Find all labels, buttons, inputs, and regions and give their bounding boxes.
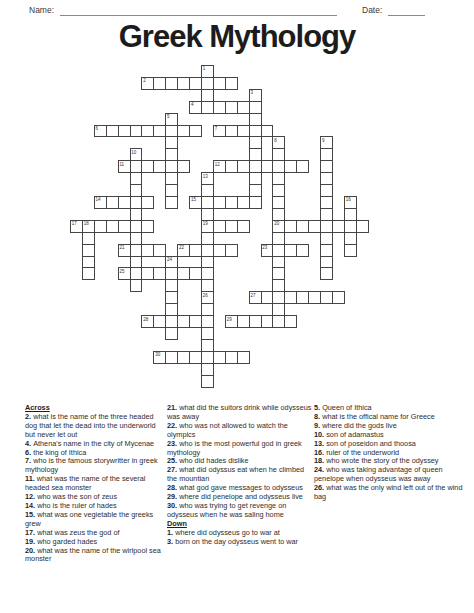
cell-number-6: 6 — [96, 126, 99, 131]
cell-number-4: 4 — [191, 102, 194, 107]
clue-across-30: 30. who was trying to get revenge on ody… — [167, 502, 313, 520]
grid-cell-r22c8[interactable] — [165, 327, 178, 340]
cell-number-11: 11 — [119, 162, 124, 167]
grid-cell-r8c19[interactable] — [296, 160, 309, 173]
cell-number-7: 7 — [215, 126, 218, 131]
cell-number-1: 1 — [203, 66, 206, 71]
clue-column-1: Across2. what is the name of the three h… — [25, 404, 167, 564]
grid-cell-r11c15[interactable] — [249, 196, 262, 209]
grid-cell-r15c19[interactable] — [296, 244, 309, 257]
clue-column-3: 5. Queen of Ithica8. what is the offical… — [314, 404, 472, 502]
grid-cell-r26c11[interactable] — [201, 375, 214, 388]
name-blank-line[interactable] — [60, 15, 337, 16]
cell-number-21: 21 — [119, 245, 124, 250]
cell-number-27: 27 — [250, 293, 255, 298]
cell-number-9: 9 — [322, 138, 325, 143]
grid-cell-r13c6[interactable] — [141, 220, 154, 233]
page-title: Greek Mythology — [0, 19, 474, 55]
cell-number-14: 14 — [96, 197, 101, 202]
cell-number-19: 19 — [203, 221, 208, 226]
name-label: Name: — [29, 5, 54, 15]
clue-down-3: 3. born on the day odysseus went to war — [167, 538, 313, 547]
cell-number-24: 24 — [167, 257, 172, 262]
cell-number-25: 25 — [119, 269, 124, 274]
cell-number-26: 26 — [203, 293, 208, 298]
grid-cell-r17c21[interactable] — [320, 267, 333, 280]
grid-cell-r17c1[interactable] — [82, 267, 95, 280]
grid-cell-r21c18[interactable] — [284, 315, 297, 328]
cell-number-8: 8 — [274, 138, 277, 143]
cell-number-17: 17 — [72, 221, 77, 226]
grid-cell-r19c22[interactable] — [332, 291, 345, 304]
grid-cell-r13c14[interactable] — [237, 220, 250, 233]
date-label: Date: — [362, 5, 382, 15]
cell-number-13: 13 — [203, 174, 208, 179]
clue-across-15: 15. what was one vegietable the greeks g… — [25, 511, 167, 529]
clue-across-23: 23. who is the most powerful god in gree… — [167, 440, 313, 458]
cell-number-16: 16 — [346, 197, 351, 202]
clue-column-2: 21. what did the suitors drink while ody… — [167, 404, 313, 547]
cell-number-28: 28 — [143, 317, 148, 322]
cell-number-2: 2 — [143, 78, 146, 83]
clue-across-22: 22. who was not allowed to watch the oly… — [167, 422, 313, 440]
grid-cell-r1c13[interactable] — [225, 77, 238, 90]
clue-across-2: 2. what is the name of the three headed … — [25, 413, 167, 440]
cell-number-12: 12 — [215, 162, 220, 167]
grid-cell-r15c13[interactable] — [225, 244, 238, 257]
cell-number-29: 29 — [227, 317, 232, 322]
cell-number-22: 22 — [179, 245, 184, 250]
clue-down-26: 26. what was the only wind left out of t… — [314, 484, 472, 502]
cell-number-20: 20 — [274, 221, 279, 226]
grid-cell-r5c10[interactable] — [189, 125, 202, 138]
cell-number-18: 18 — [84, 221, 89, 226]
clue-across-7: 7. who is the famous storywritter in gre… — [25, 457, 167, 475]
crossword-grid: 1234567891011121314151617181920212223242… — [70, 65, 370, 388]
cell-number-15: 15 — [191, 197, 196, 202]
cell-number-23: 23 — [262, 245, 267, 250]
cell-number-5: 5 — [167, 114, 170, 119]
grid-cell-r15c23[interactable] — [344, 244, 357, 257]
grid-cell-r8c9[interactable] — [177, 160, 190, 173]
clue-across-27: 27. what did odyssus eat when he climbed… — [167, 466, 313, 484]
grid-cell-r11c6[interactable] — [141, 196, 154, 209]
cell-number-30: 30 — [155, 352, 160, 357]
date-blank-line[interactable] — [388, 15, 425, 16]
clue-across-11: 11. what was the name of the several hea… — [25, 475, 167, 493]
grid-cell-r18c5[interactable] — [130, 279, 143, 292]
grid-cell-r13c24[interactable] — [356, 220, 369, 233]
grid-cell-r11c8[interactable] — [165, 196, 178, 209]
cell-number-10: 10 — [131, 150, 136, 155]
clue-down-24: 24. who was taking advantage of queen pe… — [314, 466, 472, 484]
cell-number-3: 3 — [250, 90, 253, 95]
grid-cell-r24c14[interactable] — [237, 351, 250, 364]
clue-across-21: 21. what did the suitors drink while ody… — [167, 404, 313, 422]
clue-across-20: 20. what was the name of the wirlpool se… — [25, 547, 167, 565]
